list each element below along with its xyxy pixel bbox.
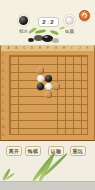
board-cell[interactable] bbox=[84, 59, 92, 67]
board-cell[interactable] bbox=[21, 115, 29, 123]
black-stone bbox=[37, 83, 44, 90]
undo-button[interactable]: 悔棋 bbox=[25, 146, 42, 156]
board-cell[interactable] bbox=[76, 123, 84, 131]
grass-leaf bbox=[50, 29, 59, 35]
board-cell[interactable] bbox=[5, 107, 13, 115]
board-cell[interactable] bbox=[68, 51, 76, 59]
board-cell[interactable] bbox=[13, 123, 21, 131]
board-cell[interactable] bbox=[13, 67, 21, 75]
board-cell[interactable] bbox=[76, 67, 84, 75]
board-cell[interactable] bbox=[29, 83, 37, 91]
board-cell[interactable] bbox=[76, 59, 84, 67]
board-cell[interactable] bbox=[37, 107, 45, 115]
board-cell[interactable] bbox=[13, 131, 21, 139]
board-cell[interactable] bbox=[84, 91, 92, 99]
board-cell[interactable] bbox=[5, 91, 13, 99]
bottom-gray-strip bbox=[0, 181, 95, 190]
board-cell[interactable] bbox=[29, 123, 37, 131]
board-cell[interactable] bbox=[44, 123, 52, 131]
board-cell[interactable] bbox=[76, 115, 84, 123]
board-cell[interactable] bbox=[68, 131, 76, 139]
white-stone bbox=[45, 83, 52, 90]
board-cell[interactable] bbox=[76, 51, 84, 59]
board-cell[interactable] bbox=[37, 131, 45, 139]
menu-button[interactable] bbox=[79, 10, 90, 21]
white-stone bbox=[37, 75, 44, 82]
board-cell[interactable] bbox=[21, 59, 29, 67]
board-cell[interactable] bbox=[52, 91, 60, 99]
board-cell[interactable] bbox=[13, 83, 21, 91]
board-cell[interactable] bbox=[60, 51, 68, 59]
board-cell[interactable] bbox=[84, 115, 92, 123]
board-cell[interactable] bbox=[44, 51, 52, 59]
black-stone-icon bbox=[19, 16, 28, 25]
board-cell[interactable] bbox=[13, 75, 21, 83]
ink-stone-highlight bbox=[44, 36, 48, 38]
black-stone bbox=[45, 75, 52, 82]
board-cell[interactable] bbox=[68, 123, 76, 131]
board-cell[interactable] bbox=[60, 115, 68, 123]
board-cell[interactable] bbox=[37, 51, 45, 59]
board-cell[interactable] bbox=[37, 115, 45, 123]
grass-leaf bbox=[35, 29, 46, 34]
tan-marker-stone bbox=[45, 91, 51, 97]
board-cell[interactable] bbox=[68, 115, 76, 123]
board-cell[interactable] bbox=[29, 99, 37, 107]
board-cell[interactable] bbox=[68, 83, 76, 91]
board-cell[interactable] bbox=[76, 75, 84, 83]
player-avatar-computer bbox=[63, 14, 76, 27]
menu-icon bbox=[81, 12, 88, 19]
white-stone-icon bbox=[65, 16, 74, 25]
board-cell[interactable] bbox=[76, 83, 84, 91]
board-cell[interactable] bbox=[5, 51, 13, 59]
board-cell[interactable] bbox=[52, 131, 60, 139]
board-cell[interactable] bbox=[21, 67, 29, 75]
board-cell[interactable] bbox=[44, 67, 52, 75]
ink-stone bbox=[52, 38, 59, 43]
board-cell[interactable] bbox=[84, 67, 92, 75]
tan-marker-stone bbox=[53, 83, 59, 89]
board-cell[interactable] bbox=[52, 67, 60, 75]
board-cell[interactable] bbox=[5, 115, 13, 123]
board-cell[interactable] bbox=[84, 123, 92, 131]
board-cell[interactable] bbox=[52, 75, 60, 83]
player-avatar-self bbox=[17, 14, 30, 27]
board-cell[interactable] bbox=[37, 75, 45, 83]
board-cell[interactable] bbox=[44, 59, 52, 67]
score-separator: : bbox=[47, 19, 49, 25]
board-cell[interactable] bbox=[68, 59, 76, 67]
game-screen: 我方 2 : 2 电脑 ABCDEFGHIJK 1234567891011 离开… bbox=[0, 0, 95, 190]
board-cell[interactable] bbox=[84, 75, 92, 83]
board-cell[interactable] bbox=[68, 75, 76, 83]
player-label-computer: 电脑 bbox=[61, 29, 78, 34]
replay-button[interactable]: 重玩 bbox=[70, 146, 87, 156]
board-cell[interactable] bbox=[21, 123, 29, 131]
board-cell[interactable] bbox=[84, 51, 92, 59]
board-cell[interactable] bbox=[5, 75, 13, 83]
board-cell[interactable] bbox=[5, 67, 13, 75]
board-cell[interactable] bbox=[29, 75, 37, 83]
board-cell[interactable] bbox=[60, 91, 68, 99]
board-cell[interactable] bbox=[37, 123, 45, 131]
board-grid bbox=[5, 51, 92, 139]
board-cell[interactable] bbox=[44, 131, 52, 139]
board-cell[interactable] bbox=[60, 107, 68, 115]
board-cell[interactable] bbox=[76, 131, 84, 139]
board-cell[interactable] bbox=[52, 99, 60, 107]
board-cell[interactable] bbox=[29, 107, 37, 115]
board-cell[interactable] bbox=[52, 83, 60, 91]
board-cell[interactable] bbox=[44, 91, 52, 99]
board-cell[interactable] bbox=[29, 91, 37, 99]
board-cell[interactable] bbox=[21, 75, 29, 83]
board-cell[interactable] bbox=[84, 131, 92, 139]
board-cell[interactable] bbox=[68, 99, 76, 107]
board-cell[interactable] bbox=[13, 99, 21, 107]
board-cell[interactable] bbox=[44, 99, 52, 107]
board-cell[interactable] bbox=[60, 123, 68, 131]
board-cell[interactable] bbox=[29, 59, 37, 67]
board-cell[interactable] bbox=[60, 99, 68, 107]
board-cell[interactable] bbox=[76, 107, 84, 115]
board-cell[interactable] bbox=[44, 107, 52, 115]
board-cell[interactable] bbox=[21, 83, 29, 91]
board-cell[interactable] bbox=[5, 59, 13, 67]
score-left: 2 bbox=[42, 19, 45, 25]
board-cell[interactable] bbox=[84, 99, 92, 107]
board-cell[interactable] bbox=[60, 59, 68, 67]
board-cell[interactable] bbox=[84, 83, 92, 91]
leave-button[interactable]: 离开 bbox=[6, 146, 23, 156]
board-cell[interactable] bbox=[44, 115, 52, 123]
board-cell[interactable] bbox=[29, 67, 37, 75]
board-cell[interactable] bbox=[37, 91, 45, 99]
board-cell[interactable] bbox=[21, 131, 29, 139]
board-cell[interactable] bbox=[76, 99, 84, 107]
board-cell[interactable] bbox=[5, 83, 13, 91]
board-cell[interactable] bbox=[52, 51, 60, 59]
board-cell[interactable] bbox=[29, 115, 37, 123]
board-cell[interactable] bbox=[60, 131, 68, 139]
board-cell[interactable] bbox=[13, 107, 21, 115]
board-cell[interactable] bbox=[5, 99, 13, 107]
board-cell[interactable] bbox=[44, 75, 52, 83]
board-cell[interactable] bbox=[21, 91, 29, 99]
board-cell[interactable] bbox=[68, 107, 76, 115]
board-cell[interactable] bbox=[52, 123, 60, 131]
board-cell[interactable] bbox=[44, 83, 52, 91]
board-cell[interactable] bbox=[37, 67, 45, 75]
board-cell[interactable] bbox=[29, 131, 37, 139]
board-cell[interactable] bbox=[13, 59, 21, 67]
board-cell[interactable] bbox=[37, 99, 45, 107]
board-cell[interactable] bbox=[60, 75, 68, 83]
board-cell[interactable] bbox=[60, 83, 68, 91]
board-cell[interactable] bbox=[37, 59, 45, 67]
board-cell[interactable] bbox=[52, 115, 60, 123]
board-cell[interactable] bbox=[5, 123, 13, 131]
ink-stone bbox=[28, 38, 34, 43]
board-cell[interactable] bbox=[21, 107, 29, 115]
board-cell[interactable] bbox=[52, 107, 60, 115]
board-cell[interactable] bbox=[37, 83, 45, 91]
board-cell[interactable] bbox=[13, 115, 21, 123]
score-box: 2 : 2 bbox=[38, 17, 59, 28]
board-cell[interactable] bbox=[76, 91, 84, 99]
board-cell[interactable] bbox=[21, 51, 29, 59]
board-cell[interactable] bbox=[52, 59, 60, 67]
board-cell[interactable] bbox=[29, 51, 37, 59]
board-cell[interactable] bbox=[84, 107, 92, 115]
board-cell[interactable] bbox=[68, 67, 76, 75]
board-cell[interactable] bbox=[68, 91, 76, 99]
gomoku-board[interactable]: ABCDEFGHIJK 1234567891011 bbox=[0, 45, 95, 141]
board-cell[interactable] bbox=[13, 91, 21, 99]
score-right: 2 bbox=[50, 19, 53, 25]
board-cell[interactable] bbox=[21, 99, 29, 107]
board-cell[interactable] bbox=[5, 131, 13, 139]
board-cell[interactable] bbox=[60, 67, 68, 75]
tan-marker-stone bbox=[37, 67, 43, 73]
board-cell[interactable] bbox=[13, 51, 21, 59]
